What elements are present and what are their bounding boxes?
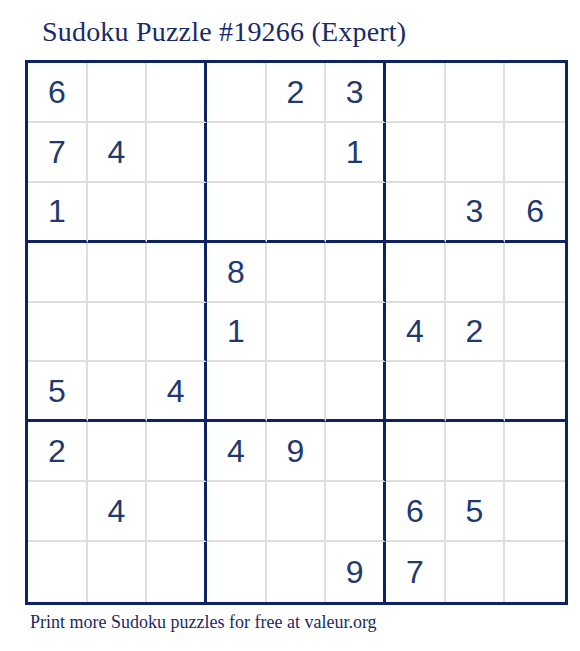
cell-r3c3[interactable] bbox=[147, 183, 207, 243]
cell-r2c8[interactable] bbox=[446, 123, 506, 183]
cell-r1c7[interactable] bbox=[386, 63, 446, 123]
cell-r6c3[interactable]: 4 bbox=[147, 362, 207, 422]
cell-r7c7[interactable] bbox=[386, 422, 446, 482]
cell-r5c9[interactable] bbox=[505, 303, 565, 363]
cell-r3c1[interactable]: 1 bbox=[28, 183, 88, 243]
cell-r3c7[interactable] bbox=[386, 183, 446, 243]
cell-r6c2[interactable] bbox=[88, 362, 148, 422]
cell-r2c5[interactable] bbox=[267, 123, 327, 183]
footer-text: Print more Sudoku puzzles for free at va… bbox=[30, 612, 377, 633]
cell-r6c5[interactable] bbox=[267, 362, 327, 422]
cell-r8c1[interactable] bbox=[28, 482, 88, 542]
cell-r4c7[interactable] bbox=[386, 243, 446, 303]
cell-r7c3[interactable] bbox=[147, 422, 207, 482]
cell-r2c9[interactable] bbox=[505, 123, 565, 183]
cell-r9c6[interactable]: 9 bbox=[326, 542, 386, 602]
cell-r6c6[interactable] bbox=[326, 362, 386, 422]
cell-r8c7[interactable]: 6 bbox=[386, 482, 446, 542]
cell-r8c9[interactable] bbox=[505, 482, 565, 542]
cell-r1c1[interactable]: 6 bbox=[28, 63, 88, 123]
cell-r4c8[interactable] bbox=[446, 243, 506, 303]
cell-r2c2[interactable]: 4 bbox=[88, 123, 148, 183]
cell-r9c2[interactable] bbox=[88, 542, 148, 602]
cell-r5c2[interactable] bbox=[88, 303, 148, 363]
cell-r8c5[interactable] bbox=[267, 482, 327, 542]
cell-r5c5[interactable] bbox=[267, 303, 327, 363]
cell-r1c4[interactable] bbox=[207, 63, 267, 123]
cell-r3c2[interactable] bbox=[88, 183, 148, 243]
cell-r5c3[interactable] bbox=[147, 303, 207, 363]
cell-r5c1[interactable] bbox=[28, 303, 88, 363]
cell-r7c8[interactable] bbox=[446, 422, 506, 482]
cell-r3c9[interactable]: 6 bbox=[505, 183, 565, 243]
cell-r2c3[interactable] bbox=[147, 123, 207, 183]
cell-r6c1[interactable]: 5 bbox=[28, 362, 88, 422]
cell-r7c9[interactable] bbox=[505, 422, 565, 482]
cell-r4c6[interactable] bbox=[326, 243, 386, 303]
cell-r7c1[interactable]: 2 bbox=[28, 422, 88, 482]
cell-r5c7[interactable]: 4 bbox=[386, 303, 446, 363]
cell-r9c3[interactable] bbox=[147, 542, 207, 602]
cell-r8c6[interactable] bbox=[326, 482, 386, 542]
cell-r6c7[interactable] bbox=[386, 362, 446, 422]
cell-r8c2[interactable]: 4 bbox=[88, 482, 148, 542]
cell-r3c8[interactable]: 3 bbox=[446, 183, 506, 243]
page-title: Sudoku Puzzle #19266 (Expert) bbox=[42, 16, 406, 48]
cell-r5c4[interactable]: 1 bbox=[207, 303, 267, 363]
cell-r4c1[interactable] bbox=[28, 243, 88, 303]
cell-r8c8[interactable]: 5 bbox=[446, 482, 506, 542]
cell-r9c5[interactable] bbox=[267, 542, 327, 602]
cell-r1c2[interactable] bbox=[88, 63, 148, 123]
cell-r3c6[interactable] bbox=[326, 183, 386, 243]
cell-r1c6[interactable]: 3 bbox=[326, 63, 386, 123]
cell-r5c8[interactable]: 2 bbox=[446, 303, 506, 363]
cell-r7c6[interactable] bbox=[326, 422, 386, 482]
cell-r6c9[interactable] bbox=[505, 362, 565, 422]
cell-r7c2[interactable] bbox=[88, 422, 148, 482]
cell-r9c1[interactable] bbox=[28, 542, 88, 602]
cell-r9c7[interactable]: 7 bbox=[386, 542, 446, 602]
sudoku-grid: 62374113681425424946597 bbox=[25, 60, 568, 605]
cell-r2c4[interactable] bbox=[207, 123, 267, 183]
cell-r2c1[interactable]: 7 bbox=[28, 123, 88, 183]
cell-r1c9[interactable] bbox=[505, 63, 565, 123]
cell-r2c7[interactable] bbox=[386, 123, 446, 183]
cell-r4c3[interactable] bbox=[147, 243, 207, 303]
cell-r1c8[interactable] bbox=[446, 63, 506, 123]
cell-r4c4[interactable]: 8 bbox=[207, 243, 267, 303]
cell-r5c6[interactable] bbox=[326, 303, 386, 363]
cell-r1c3[interactable] bbox=[147, 63, 207, 123]
cell-r6c4[interactable] bbox=[207, 362, 267, 422]
cell-r8c3[interactable] bbox=[147, 482, 207, 542]
cell-r9c4[interactable] bbox=[207, 542, 267, 602]
cell-r3c4[interactable] bbox=[207, 183, 267, 243]
cell-r4c2[interactable] bbox=[88, 243, 148, 303]
cell-r9c8[interactable] bbox=[446, 542, 506, 602]
cell-r2c6[interactable]: 1 bbox=[326, 123, 386, 183]
cell-r7c5[interactable]: 9 bbox=[267, 422, 327, 482]
cell-r4c9[interactable] bbox=[505, 243, 565, 303]
cell-r8c4[interactable] bbox=[207, 482, 267, 542]
cell-r4c5[interactable] bbox=[267, 243, 327, 303]
cell-r9c9[interactable] bbox=[505, 542, 565, 602]
cell-r7c4[interactable]: 4 bbox=[207, 422, 267, 482]
cell-r1c5[interactable]: 2 bbox=[267, 63, 327, 123]
cell-r6c8[interactable] bbox=[446, 362, 506, 422]
cell-r3c5[interactable] bbox=[267, 183, 327, 243]
